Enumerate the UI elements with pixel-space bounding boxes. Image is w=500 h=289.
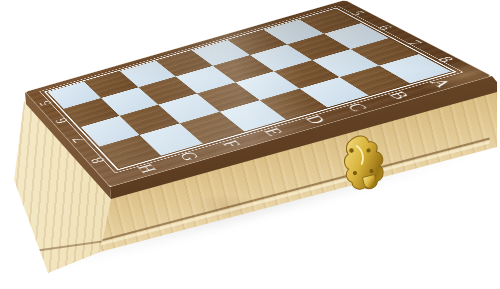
lid-base-seam-left (27, 240, 106, 253)
brass-clasp-icon (332, 131, 398, 193)
photo-background: 56785678HGFEDCBA (0, 0, 500, 289)
